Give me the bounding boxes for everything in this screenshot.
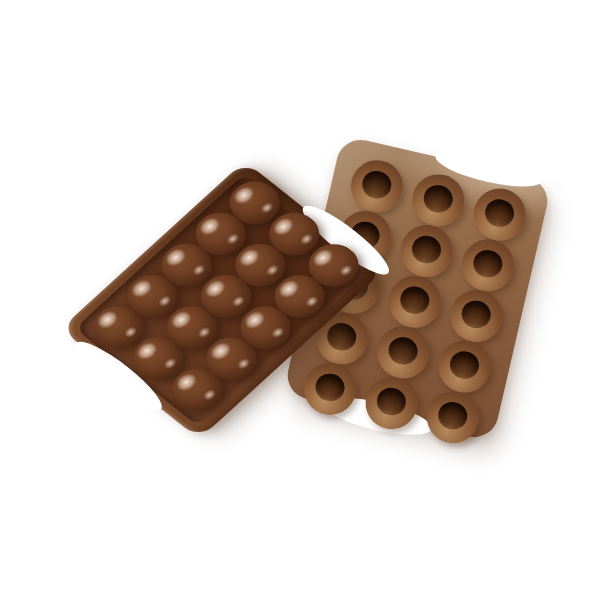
cavity-pot	[433, 335, 495, 397]
cavity-pot	[383, 270, 445, 332]
cavity-opening	[459, 298, 492, 331]
cavity-pot	[445, 285, 507, 347]
cavity-opening	[375, 386, 408, 419]
cavity-pot	[407, 169, 469, 231]
cavity-opening	[448, 349, 481, 382]
cavity-opening	[386, 335, 419, 368]
cavity-opening	[398, 284, 431, 317]
cavity-pot	[421, 386, 483, 448]
cavity-opening	[483, 197, 516, 230]
cavity-pot	[345, 155, 407, 217]
cavity-pot	[456, 234, 518, 296]
cavity-pot	[395, 220, 457, 282]
cavity-opening	[410, 234, 443, 267]
cavity-pot	[372, 321, 434, 383]
cavity-opening	[313, 371, 346, 404]
cavity-opening	[471, 248, 504, 281]
cavity-pot	[468, 183, 530, 245]
cavity-opening	[360, 169, 393, 202]
cavity-opening	[421, 183, 454, 216]
cavity-opening	[325, 321, 358, 354]
product-photo	[0, 0, 600, 600]
cavity-opening	[436, 400, 469, 433]
